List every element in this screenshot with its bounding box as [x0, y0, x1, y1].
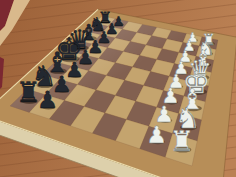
piece-white-rook-h1: ♜ — [169, 125, 194, 158]
piece-white-pawn-h2: ♟ — [146, 121, 167, 149]
chessboard-photo: ♜♟♟♜♞♟♟♞♝♟♟♝♛♟♟♛♚♟♟♚♝♟♟♝♞♟♟♞♜♟♟♜ — [0, 0, 236, 177]
chess-board: ♜♟♟♜♞♟♟♞♝♟♟♝♛♟♟♛♚♟♟♚♝♟♟♝♞♟♟♞♜♟♟♜ — [0, 0, 236, 177]
piece-black-pawn-h7: ♟ — [37, 86, 58, 114]
